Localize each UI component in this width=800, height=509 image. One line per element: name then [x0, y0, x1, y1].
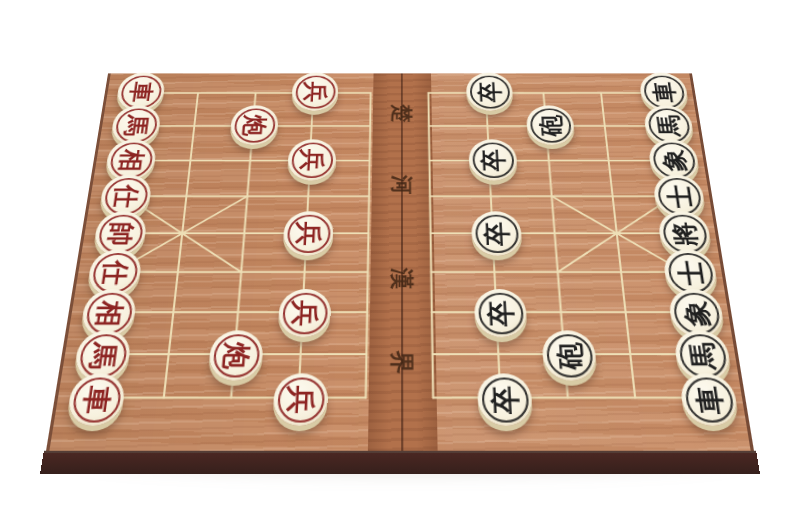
piece-red-soldier-2[interactable]: 兵: [287, 139, 337, 180]
piece-glyph: 卒: [477, 81, 503, 102]
piece-glyph: 車: [127, 81, 155, 102]
piece-glyph: 卒: [483, 221, 511, 245]
piece-glyph: 馬: [87, 342, 119, 369]
board-perspective-wrapper: 車馬相仕帥仕相馬車炮炮兵兵兵兵兵卒卒卒卒卒砲砲車馬象士將士象馬車 楚河漢界: [46, 73, 754, 450]
piece-glyph: 兵: [290, 300, 319, 326]
piece-glyph: 仕: [111, 184, 141, 207]
piece-red-cannon-1[interactable]: 炮: [229, 105, 279, 145]
piece-red-cannon-2[interactable]: 炮: [207, 330, 264, 380]
river-character: 楚: [391, 104, 413, 122]
piece-black-soldier-2[interactable]: 卒: [468, 139, 518, 180]
piece-glyph: 砲: [537, 114, 564, 135]
piece-glyph: 卒: [490, 385, 521, 413]
piece-glyph: 士: [675, 260, 706, 285]
piece-black-soldier-3[interactable]: 卒: [471, 211, 523, 255]
piece-glyph: 帥: [105, 221, 135, 245]
river-character: 漢: [390, 268, 414, 289]
piece-glyph: 兵: [298, 149, 325, 171]
piece-glyph: 車: [650, 81, 678, 102]
piece-glyph: 砲: [554, 342, 585, 369]
river-character: 界: [390, 351, 415, 374]
piece-glyph: 兵: [302, 81, 328, 102]
piece-red-soldier-3[interactable]: 兵: [282, 211, 334, 255]
board-front-edge: [40, 451, 760, 474]
piece-glyph: 仕: [99, 260, 130, 285]
piece-glyph: 象: [680, 300, 712, 326]
piece-glyph: 將: [669, 221, 699, 245]
piece-glyph: 馬: [122, 114, 150, 135]
piece-black-soldier-1[interactable]: 卒: [466, 73, 514, 111]
piece-glyph: 車: [80, 385, 113, 413]
piece-glyph: 炮: [241, 114, 268, 135]
piece-glyph: 相: [117, 149, 146, 171]
piece-glyph: 士: [664, 184, 694, 207]
piece-red-soldier-1[interactable]: 兵: [291, 73, 339, 111]
piece-black-soldier-5[interactable]: 卒: [477, 373, 534, 425]
piece-black-cannon-2[interactable]: 砲: [541, 330, 598, 380]
piece-black-soldier-4[interactable]: 卒: [474, 289, 528, 337]
piece-red-soldier-4[interactable]: 兵: [277, 289, 331, 337]
piece-glyph: 相: [93, 300, 125, 326]
piece-black-chariot-2[interactable]: 車: [678, 373, 740, 425]
piece-black-cannon-1[interactable]: 砲: [525, 105, 575, 145]
piece-glyph: 炮: [221, 342, 252, 369]
piece-glyph: 卒: [479, 149, 506, 171]
piece-glyph: 馬: [686, 342, 719, 369]
piece-glyph: 兵: [285, 385, 315, 413]
piece-glyph: 馬: [654, 114, 682, 135]
piece-glyph: 兵: [294, 221, 322, 245]
piece-glyph: 象: [659, 149, 688, 171]
photo-scene: 車馬相仕帥仕相馬車炮炮兵兵兵兵兵卒卒卒卒卒砲砲車馬象士將士象馬車 楚河漢界: [0, 0, 800, 509]
piece-red-soldier-5[interactable]: 兵: [272, 373, 328, 425]
piece-red-chariot-2[interactable]: 車: [65, 373, 127, 425]
piece-glyph: 卒: [486, 300, 515, 326]
piece-glyph: 車: [692, 385, 725, 413]
xiangqi-board: 車馬相仕帥仕相馬車炮炮兵兵兵兵兵卒卒卒卒卒砲砲車馬象士將士象馬車 楚河漢界: [46, 73, 754, 450]
river-character: 河: [391, 175, 413, 194]
